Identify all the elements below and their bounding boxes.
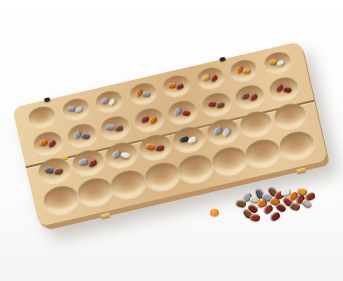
pit-hollow (262, 50, 292, 76)
stone (181, 109, 191, 117)
pit-hollow (209, 144, 249, 178)
stone (120, 151, 131, 160)
pit-hollow (195, 66, 225, 92)
brass-latch-icon (297, 167, 307, 173)
pit-hollow (41, 182, 81, 216)
pit-hollow (229, 58, 259, 84)
stone (47, 139, 57, 149)
stone (53, 167, 63, 174)
pit-hollow (61, 97, 91, 123)
stone (276, 60, 285, 67)
stone (249, 213, 260, 222)
stone (108, 98, 117, 107)
stone (215, 101, 224, 108)
pit-hollow (99, 114, 132, 142)
stone (269, 211, 281, 222)
stone (282, 86, 292, 94)
stone (142, 92, 150, 98)
pit-hollow (27, 104, 57, 130)
stone (243, 68, 252, 74)
pit-hollow (233, 83, 266, 111)
stone (154, 144, 164, 151)
pit-hollow (32, 129, 65, 157)
pit-r4c8[interactable] (276, 126, 317, 165)
pit-hollow (277, 128, 317, 162)
pit-hollow (166, 98, 199, 126)
stone (221, 126, 232, 137)
pit-hollow (108, 167, 148, 201)
stone (212, 126, 223, 136)
pit-hollow (267, 75, 300, 103)
pit-hollow (94, 89, 124, 115)
stone-pile[interactable] (228, 184, 318, 228)
stone (147, 116, 157, 126)
stone (86, 158, 97, 168)
single-orange-stone[interactable] (210, 209, 219, 216)
stone (187, 135, 198, 145)
pit-hollow (243, 136, 283, 170)
pit-hollow (75, 175, 115, 209)
stone (75, 106, 84, 113)
brass-latch-icon (101, 213, 111, 219)
stone (175, 83, 184, 90)
pit-hollow (133, 106, 166, 134)
pit-hollow (142, 159, 182, 193)
product-photo (0, 0, 343, 281)
pit-hollow (128, 81, 158, 107)
stone (114, 125, 124, 132)
pit-hollow (162, 73, 192, 99)
stone (248, 93, 258, 102)
pit-hollow (176, 151, 216, 185)
pit-hollow (200, 90, 233, 118)
pit-hollow (65, 121, 98, 149)
stone (81, 132, 91, 140)
